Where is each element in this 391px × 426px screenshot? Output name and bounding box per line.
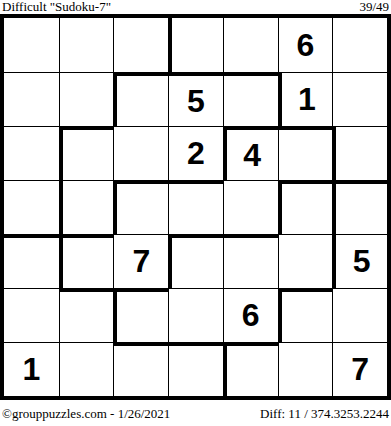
cell-r1c6[interactable]: 6 (278, 18, 333, 72)
cell-r2c3[interactable] (113, 72, 168, 126)
footer: ©grouppuzzles.com - 1/26/2021 Diff: 11 /… (0, 400, 391, 426)
cell-r3c2[interactable] (59, 126, 114, 180)
cell-r5c2[interactable] (59, 234, 114, 288)
cell-r7c4[interactable] (168, 342, 223, 396)
cell-r3c3[interactable] (113, 126, 168, 180)
cell-r1c5[interactable] (223, 18, 278, 72)
cell-r5c7[interactable]: 5 (332, 234, 387, 288)
cell-r4c2[interactable] (59, 180, 114, 234)
cell-r7c3[interactable] (113, 342, 168, 396)
cell-r3c5[interactable]: 4 (223, 126, 278, 180)
cell-r2c2[interactable] (59, 72, 114, 126)
cell-r5c4[interactable] (168, 234, 223, 288)
cell-r4c5[interactable] (223, 180, 278, 234)
cell-r7c6[interactable] (278, 342, 333, 396)
cell-r4c6[interactable] (278, 180, 333, 234)
cell-r3c1[interactable] (4, 126, 59, 180)
cell-r4c7[interactable] (332, 180, 387, 234)
cell-r6c2[interactable] (59, 288, 114, 342)
cell-r2c5[interactable] (223, 72, 278, 126)
cell-r5c3[interactable]: 7 (113, 234, 168, 288)
puzzle-title: Difficult "Sudoku-7" (2, 0, 111, 13)
header: Difficult "Sudoku-7" 39/49 (0, 0, 391, 14)
cell-r3c4[interactable]: 2 (168, 126, 223, 180)
cell-r1c4[interactable] (168, 18, 223, 72)
cell-r5c1[interactable] (4, 234, 59, 288)
cell-r5c5[interactable] (223, 234, 278, 288)
cell-r1c2[interactable] (59, 18, 114, 72)
cell-r7c1[interactable]: 1 (4, 342, 59, 396)
cell-r6c7[interactable] (332, 288, 387, 342)
cell-r4c4[interactable] (168, 180, 223, 234)
cell-r4c1[interactable] (4, 180, 59, 234)
cell-r6c5[interactable]: 6 (223, 288, 278, 342)
cell-r2c7[interactable] (332, 72, 387, 126)
cell-r7c7[interactable]: 7 (332, 342, 387, 396)
progress-counter: 39/49 (359, 0, 389, 13)
cell-r1c1[interactable] (4, 18, 59, 72)
cell-r6c4[interactable] (168, 288, 223, 342)
copyright-text: ©grouppuzzles.com - 1/26/2021 (2, 406, 170, 422)
page: Difficult "Sudoku-7" 39/49 6512475617 ©g… (0, 0, 391, 426)
cell-r2c1[interactable] (4, 72, 59, 126)
cell-r6c6[interactable] (278, 288, 333, 342)
cell-r3c7[interactable] (332, 126, 387, 180)
cell-r6c1[interactable] (4, 288, 59, 342)
cell-r3c6[interactable] (278, 126, 333, 180)
cell-r6c3[interactable] (113, 288, 168, 342)
board: 6512475617 (0, 14, 391, 400)
cell-r4c3[interactable] (113, 180, 168, 234)
cell-r1c7[interactable] (332, 18, 387, 72)
cell-r7c2[interactable] (59, 342, 114, 396)
cell-r2c4[interactable]: 5 (168, 72, 223, 126)
cell-r5c6[interactable] (278, 234, 333, 288)
cell-r1c3[interactable] (113, 18, 168, 72)
cell-r7c5[interactable] (223, 342, 278, 396)
diff-text: Diff: 11 / 374.3253.2244 (260, 406, 389, 422)
cell-r2c6[interactable]: 1 (278, 72, 333, 126)
